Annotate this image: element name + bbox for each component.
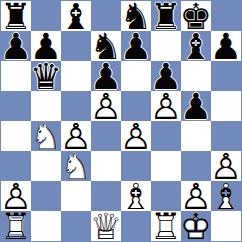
square-a4[interactable] [1,121,31,151]
square-f6[interactable]: ♟ [151,61,181,91]
piece-black-queen[interactable]: ♛ [31,61,61,91]
square-e7[interactable]: ♟ [121,31,151,61]
square-f2[interactable] [151,181,181,211]
chess-board: ♜♝♞♜♚♟♟♞♟♝♟♛♟♟♟♙♟♙♟♞♘♟♙♟♙♞♘♟♙♟♙♝♗♟♙♝♗♜♖♛… [0,0,242,242]
piece-white-rook[interactable]: ♜♖ [1,211,31,241]
square-g5[interactable]: ♟ [181,91,211,121]
piece-black-pawn[interactable]: ♟ [1,31,31,61]
square-e2[interactable]: ♝♗ [121,181,151,211]
square-d5[interactable]: ♟♙ [91,91,121,121]
square-d2[interactable] [91,181,121,211]
square-b4[interactable]: ♞♘ [31,121,61,151]
piece-black-pawn[interactable]: ♟ [121,31,151,61]
piece-white-bishop[interactable]: ♝♗ [211,181,241,211]
square-e6[interactable] [121,61,151,91]
square-f3[interactable] [151,151,181,181]
square-e1[interactable] [121,211,151,241]
piece-white-bishop[interactable]: ♝♗ [121,181,151,211]
square-a7[interactable]: ♟ [1,31,31,61]
square-h1[interactable] [211,211,241,241]
piece-white-rook[interactable]: ♜♖ [151,211,181,241]
square-g4[interactable] [181,121,211,151]
square-g3[interactable] [181,151,211,181]
square-h6[interactable] [211,61,241,91]
square-a8[interactable]: ♜ [1,1,31,31]
square-a5[interactable] [1,91,31,121]
square-f1[interactable]: ♜♖ [151,211,181,241]
square-c4[interactable]: ♟♙ [61,121,91,151]
square-c7[interactable] [61,31,91,61]
square-b3[interactable] [31,151,61,181]
square-c6[interactable] [61,61,91,91]
square-d1[interactable]: ♛♕ [91,211,121,241]
square-c5[interactable] [61,91,91,121]
piece-black-rook[interactable]: ♜ [1,1,31,31]
piece-white-queen[interactable]: ♛♕ [91,211,121,241]
square-d6[interactable]: ♟ [91,61,121,91]
square-b7[interactable]: ♟ [31,31,61,61]
square-a2[interactable]: ♟♙ [1,181,31,211]
square-h7[interactable]: ♟ [211,31,241,61]
square-g2[interactable]: ♟♙ [181,181,211,211]
piece-white-pawn[interactable]: ♟♙ [1,181,31,211]
chess-board-wrapper: ♜♝♞♜♚♟♟♞♟♝♟♛♟♟♟♙♟♙♟♞♘♟♙♟♙♞♘♟♙♟♙♝♗♟♙♝♗♜♖♛… [0,0,242,242]
piece-black-knight[interactable]: ♞ [121,1,151,31]
piece-black-bishop[interactable]: ♝ [181,31,211,61]
square-e4[interactable]: ♟♙ [121,121,151,151]
square-d4[interactable] [91,121,121,151]
piece-white-pawn[interactable]: ♟♙ [61,121,91,151]
square-c1[interactable] [61,211,91,241]
piece-white-pawn[interactable]: ♟♙ [91,91,121,121]
piece-black-bishop[interactable]: ♝ [61,1,91,31]
piece-white-pawn[interactable]: ♟♙ [211,151,241,181]
square-f7[interactable] [151,31,181,61]
square-g8[interactable]: ♚ [181,1,211,31]
square-g7[interactable]: ♝ [181,31,211,61]
square-f8[interactable]: ♜ [151,1,181,31]
square-c3[interactable]: ♞♘ [61,151,91,181]
piece-white-king[interactable]: ♚♔ [181,211,211,241]
square-g1[interactable]: ♚♔ [181,211,211,241]
square-b1[interactable] [31,211,61,241]
square-d8[interactable] [91,1,121,31]
square-h8[interactable] [211,1,241,31]
square-h5[interactable] [211,91,241,121]
square-b6[interactable]: ♛ [31,61,61,91]
square-h2[interactable]: ♝♗ [211,181,241,211]
piece-black-pawn[interactable]: ♟ [181,91,211,121]
square-a6[interactable] [1,61,31,91]
piece-white-knight[interactable]: ♞♘ [61,151,91,181]
square-f4[interactable] [151,121,181,151]
square-a3[interactable] [1,151,31,181]
piece-black-pawn[interactable]: ♟ [91,61,121,91]
piece-white-knight[interactable]: ♞♘ [31,121,61,151]
square-c8[interactable]: ♝ [61,1,91,31]
square-g6[interactable] [181,61,211,91]
square-a1[interactable]: ♜♖ [1,211,31,241]
square-e5[interactable] [121,91,151,121]
square-d7[interactable]: ♞ [91,31,121,61]
piece-white-pawn[interactable]: ♟♙ [121,121,151,151]
piece-black-rook[interactable]: ♜ [151,1,181,31]
square-c2[interactable] [61,181,91,211]
square-e8[interactable]: ♞ [121,1,151,31]
square-b8[interactable] [31,1,61,31]
piece-white-pawn[interactable]: ♟♙ [151,91,181,121]
piece-white-pawn[interactable]: ♟♙ [181,181,211,211]
square-h3[interactable]: ♟♙ [211,151,241,181]
piece-black-king[interactable]: ♚ [181,1,211,31]
piece-black-pawn[interactable]: ♟ [211,31,241,61]
piece-black-knight[interactable]: ♞ [91,31,121,61]
square-h4[interactable] [211,121,241,151]
square-f5[interactable]: ♟♙ [151,91,181,121]
square-b2[interactable] [31,181,61,211]
piece-black-pawn[interactable]: ♟ [31,31,61,61]
piece-black-pawn[interactable]: ♟ [151,61,181,91]
square-b5[interactable] [31,91,61,121]
square-d3[interactable] [91,151,121,181]
square-e3[interactable] [121,151,151,181]
